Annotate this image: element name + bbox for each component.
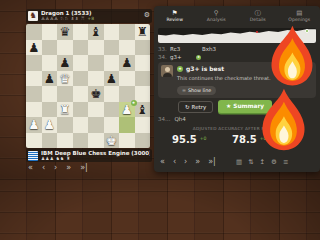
black-move[interactable] <box>204 54 244 62</box>
material-advantage: +8 <box>87 16 94 21</box>
tab-analysis[interactable]: ⚲Analysis <box>196 9 238 27</box>
square-f7[interactable] <box>104 40 120 56</box>
ibm-avatar[interactable] <box>28 151 38 161</box>
black-queen[interactable]: ♛ <box>57 24 73 40</box>
square-b5[interactable]: ♟ <box>42 71 58 87</box>
white-queen[interactable]: ♛ <box>57 71 73 87</box>
square-f4[interactable] <box>104 86 120 102</box>
tab-label: Analysis <box>196 17 238 23</box>
chart-icon[interactable]: ▥ <box>236 157 242 168</box>
black-pawn[interactable]: ♟ <box>26 40 42 56</box>
square-e2[interactable] <box>88 117 104 133</box>
square-e6[interactable] <box>88 55 104 71</box>
square-f1[interactable]: ♚ <box>104 133 120 149</box>
square-c2[interactable] <box>57 117 73 133</box>
square-c5[interactable]: ♛ <box>57 71 73 87</box>
settings-gear-icon[interactable]: ⚙ <box>271 157 277 168</box>
board-nav-bar: «‹›»»| <box>28 163 148 173</box>
bottom-player-bar: IBM Deep Blue Chess Engine (3000) ♟♟♟ ♞♞… <box>26 149 152 162</box>
white-move[interactable]: Rc3 <box>170 46 202 54</box>
show-line-button[interactable]: ≡Show line <box>177 86 216 95</box>
coach-avatar <box>161 65 173 77</box>
book-icon: ▤ <box>279 9 320 17</box>
square-h3[interactable]: ♝ <box>135 102 151 118</box>
square-a5[interactable] <box>26 71 42 87</box>
square-a2[interactable]: ♟ <box>26 117 42 133</box>
retry-button[interactable]: ↻Retry <box>178 101 213 113</box>
square-f8[interactable] <box>104 24 120 40</box>
fire-emoji <box>263 22 320 90</box>
top-player-avatar[interactable]: ♞ <box>28 11 38 21</box>
square-d2[interactable] <box>73 117 89 133</box>
square-g3[interactable]: ♟★ <box>119 102 135 118</box>
move-number: 34. <box>158 54 170 62</box>
square-b8[interactable] <box>42 24 58 40</box>
line-icon: ≡ <box>182 88 186 93</box>
square-e8[interactable]: ♝ <box>88 24 104 40</box>
tab-review[interactable]: ⚑Review <box>154 9 196 27</box>
info-icon: ⓘ <box>237 9 279 17</box>
square-a1[interactable] <box>26 133 42 149</box>
square-h5[interactable] <box>135 71 151 87</box>
square-a8[interactable] <box>26 24 42 40</box>
top-player-bar: ♞ Dragon 1 (3533) ♙♙♙♙ ♘♘ ♗♗ ♖+8 ⚙ <box>26 9 152 23</box>
square-d3[interactable] <box>73 102 89 118</box>
black-pawn[interactable]: ♟ <box>42 71 58 87</box>
menu-icon[interactable]: ≡ <box>283 157 288 168</box>
square-e5[interactable] <box>88 71 104 87</box>
square-e7[interactable] <box>88 40 104 56</box>
flip-board-icon[interactable]: ⇅ <box>248 157 253 168</box>
chess-board: ♛♝♜♟♟♟♟♛♟♚♜♟★♝♟♟♚ <box>26 24 150 148</box>
white-rook[interactable]: ♜ <box>57 102 73 118</box>
square-f2[interactable] <box>104 117 120 133</box>
square-b4[interactable] <box>42 86 58 102</box>
square-h4[interactable] <box>135 86 151 102</box>
square-a6[interactable] <box>26 55 42 71</box>
square-b7[interactable] <box>42 40 58 56</box>
square-d7[interactable] <box>73 40 89 56</box>
bottom-player-captured-tray: ♟♟♟ ♞♞ ♜ <box>41 156 150 161</box>
black-pawn[interactable]: ♟ <box>104 71 120 87</box>
square-b3[interactable] <box>42 102 58 118</box>
square-a3[interactable] <box>26 102 42 118</box>
first-move-button[interactable]: « <box>160 156 165 168</box>
square-c8[interactable]: ♛ <box>57 24 73 40</box>
flag-icon: ⚑ <box>154 9 196 17</box>
next-move-button[interactable]: › <box>184 156 187 168</box>
fire-emoji <box>253 87 313 153</box>
panel-nav-bar: «‹›»»| ▥⇅↥⚙≡ <box>154 156 320 168</box>
square-c4[interactable] <box>57 86 73 102</box>
square-c1[interactable] <box>57 133 73 149</box>
square-f6[interactable] <box>104 55 120 71</box>
best-move-badge-icon: ★ <box>131 100 137 106</box>
square-g7[interactable] <box>119 40 135 56</box>
summary-icon: ★ <box>226 103 231 109</box>
square-c6[interactable]: ♟ <box>57 55 73 71</box>
black-king[interactable]: ♚ <box>88 86 104 102</box>
next-move-button[interactable]: › <box>54 163 57 173</box>
tab-label: Review <box>154 17 196 23</box>
square-h2[interactable] <box>135 117 151 133</box>
prev-move-button[interactable]: ‹ <box>173 156 176 168</box>
square-e4[interactable]: ♚ <box>88 86 104 102</box>
white-pawn[interactable]: ♟ <box>26 117 42 133</box>
best-move-badge-icon: ★ <box>177 66 183 72</box>
black-rook[interactable]: ♜ <box>135 24 151 40</box>
square-f5[interactable]: ♟ <box>104 71 120 87</box>
share-icon[interactable]: ↥ <box>260 157 265 168</box>
move-number: 33. <box>158 46 170 54</box>
square-h6[interactable] <box>135 55 151 71</box>
square-g8[interactable] <box>119 24 135 40</box>
top-player-captured-tray: ♙♙♙♙ ♘♘ ♗♗ ♖+8 <box>41 16 144 21</box>
white-pawn[interactable]: ♟ <box>42 117 58 133</box>
white-king[interactable]: ♚ <box>104 133 120 149</box>
square-c3[interactable]: ♜ <box>57 102 73 118</box>
square-f3[interactable] <box>104 102 120 118</box>
first-move-button[interactable]: « <box>28 163 33 173</box>
black-pawn[interactable]: ♟ <box>57 55 73 71</box>
square-h8[interactable]: ♜ <box>135 24 151 40</box>
pending-move-row[interactable]: 34… Qh4 <box>158 116 186 122</box>
square-g1[interactable] <box>119 133 135 149</box>
square-g6[interactable]: ♟ <box>119 55 135 71</box>
square-b2[interactable]: ♟ <box>42 117 58 133</box>
square-d6[interactable] <box>73 55 89 71</box>
square-g5[interactable] <box>119 71 135 87</box>
magnifier-icon: ⚲ <box>196 9 238 17</box>
square-d1[interactable] <box>73 133 89 149</box>
square-b6[interactable] <box>42 55 58 71</box>
black-bishop[interactable]: ♝ <box>135 102 151 118</box>
black-pawn[interactable]: ♟ <box>119 55 135 71</box>
square-b1[interactable] <box>42 133 58 149</box>
best-move-badge-icon: ★ <box>196 55 201 60</box>
coach-title: g3+ is best <box>186 65 224 73</box>
black-bishop[interactable]: ♝ <box>88 24 104 40</box>
mistake-dot <box>256 31 258 33</box>
retry-icon: ↻ <box>185 104 190 110</box>
black-move[interactable]: Bxh3 <box>202 46 242 54</box>
square-d4[interactable] <box>73 86 89 102</box>
square-e3[interactable] <box>88 102 104 118</box>
square-g2[interactable] <box>119 117 135 133</box>
square-h1[interactable] <box>135 133 151 149</box>
square-d5[interactable] <box>73 71 89 87</box>
white-accuracy: 95.5 +0 <box>172 134 206 146</box>
last-move-button[interactable]: »| <box>208 156 216 168</box>
square-h7[interactable] <box>135 40 151 56</box>
last-move-button[interactable]: »| <box>80 163 88 173</box>
square-e1[interactable] <box>88 133 104 149</box>
square-d8[interactable] <box>73 24 89 40</box>
square-c7[interactable] <box>57 40 73 56</box>
square-a7[interactable]: ♟ <box>26 40 42 56</box>
square-a4[interactable] <box>26 86 42 102</box>
settings-gear-icon[interactable]: ⚙ <box>144 10 150 20</box>
prev-move-button[interactable]: ‹ <box>42 163 45 173</box>
fast-forward-button[interactable]: » <box>195 156 200 168</box>
fast-forward-button[interactable]: » <box>66 163 71 173</box>
